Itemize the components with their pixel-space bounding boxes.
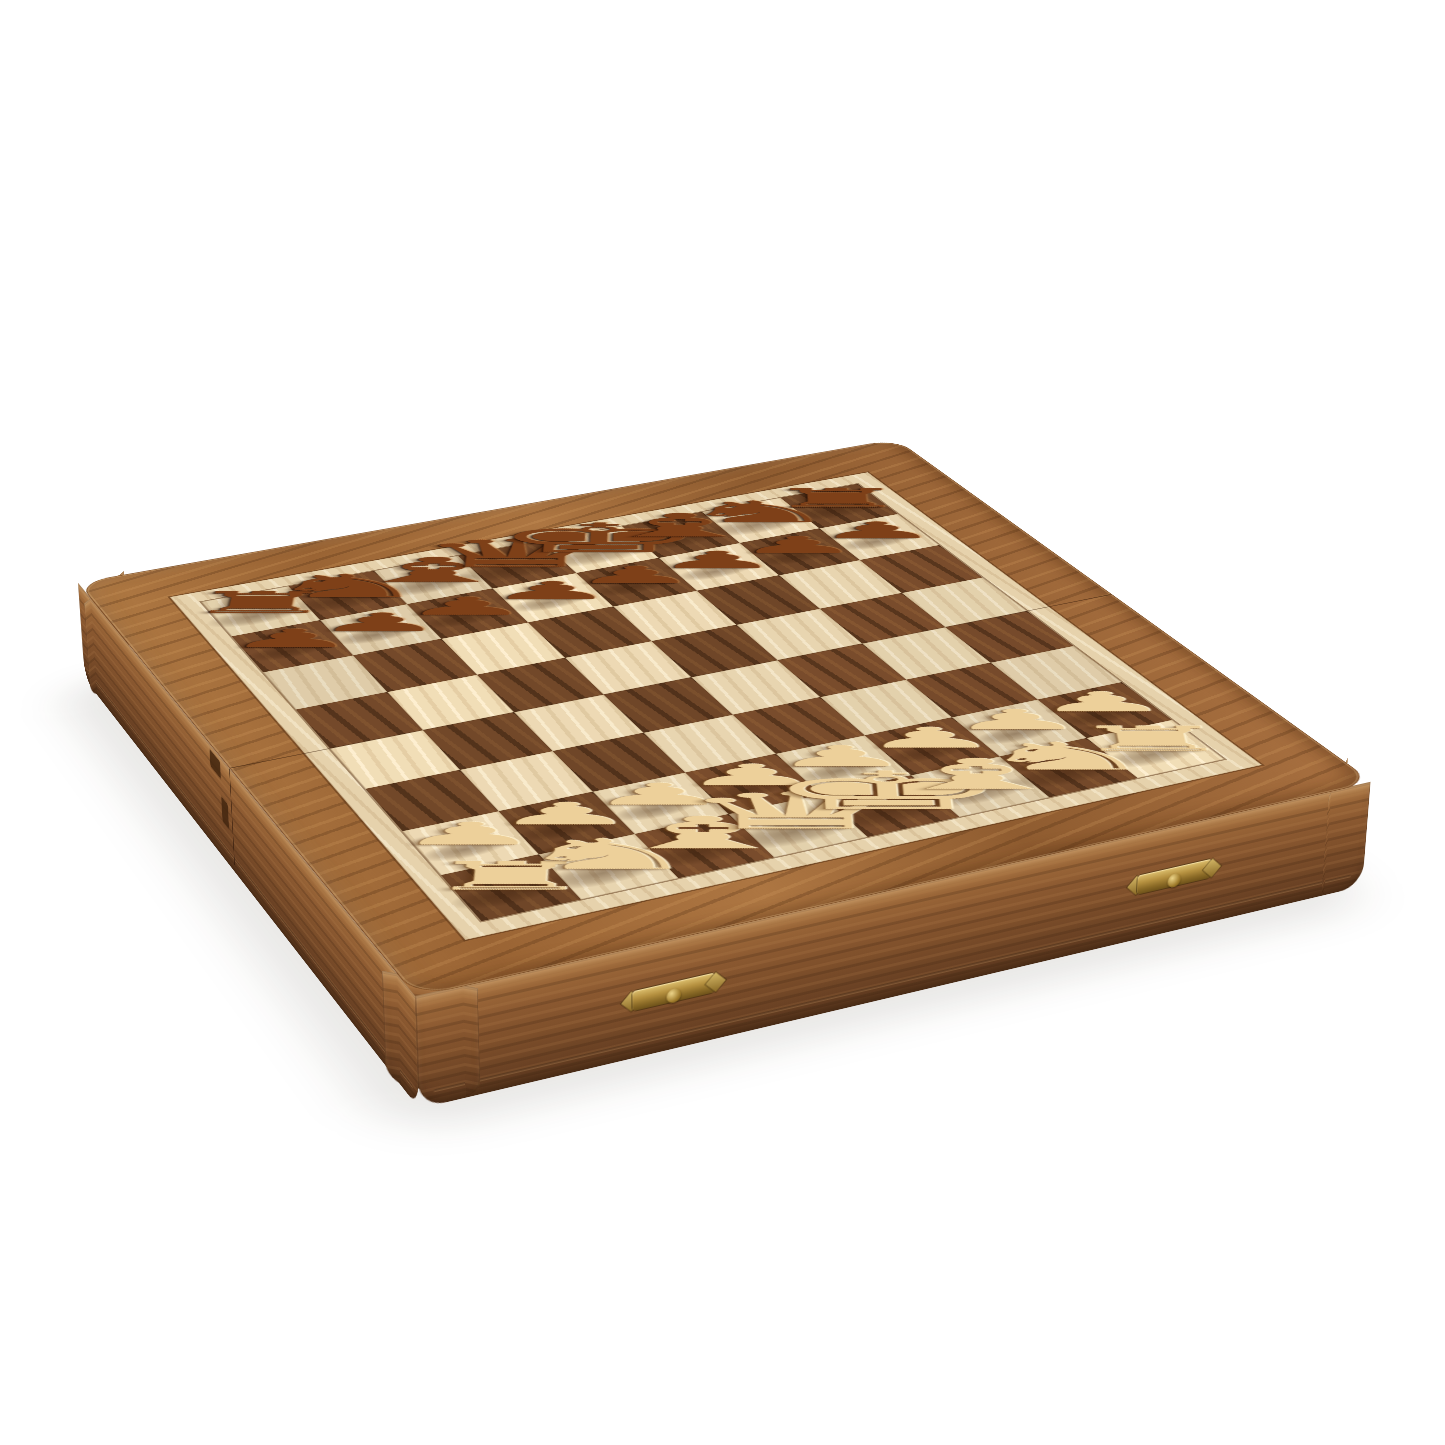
square-c1[interactable] <box>635 814 774 878</box>
square-a1[interactable] <box>441 854 581 921</box>
piece-shadow <box>720 808 865 856</box>
square-c3[interactable] <box>553 733 686 792</box>
square-a4[interactable] <box>330 730 460 789</box>
piece-shadow <box>415 833 514 866</box>
piece-shadow <box>914 773 1036 813</box>
square-a2[interactable] <box>403 811 539 875</box>
piece-shadow <box>535 851 670 896</box>
square-c4[interactable] <box>514 695 643 752</box>
piece-shadow <box>443 873 565 915</box>
piece-shadow <box>635 831 761 873</box>
photo-scene: ♜♞♝♛♚♝♞♜♟♟♟♟♟♟♟♟♟♟♟♟♟♟♟♟♜♞♝♛♚♝♞♜ <box>0 0 1445 1445</box>
piece-shadow <box>1095 737 1208 773</box>
piece-shadow <box>607 793 704 825</box>
square-b1[interactable] <box>539 834 679 899</box>
square-b5[interactable] <box>387 675 514 730</box>
square-a5[interactable] <box>296 692 423 748</box>
square-e1[interactable] <box>821 775 960 837</box>
square-b3[interactable] <box>460 751 593 811</box>
square-d1[interactable] <box>729 794 868 857</box>
square-c2[interactable] <box>593 773 729 834</box>
square-d4[interactable] <box>604 677 733 733</box>
square-e2[interactable] <box>776 735 911 794</box>
square-b4[interactable] <box>423 712 553 770</box>
square-g1[interactable] <box>1000 738 1138 797</box>
hinge-mortise <box>221 797 228 829</box>
piece-shadow <box>700 774 795 805</box>
piece-shadow <box>810 788 960 837</box>
hinge-seam <box>229 768 235 866</box>
brass-latch <box>624 969 723 1015</box>
piece-shadow <box>1001 753 1128 794</box>
piece-shadow <box>512 813 610 845</box>
square-f1[interactable] <box>911 756 1049 816</box>
square-h1[interactable] <box>1087 720 1225 778</box>
square-a3[interactable] <box>366 770 499 831</box>
brass-latch <box>1129 855 1219 898</box>
square-b2[interactable] <box>499 792 635 855</box>
